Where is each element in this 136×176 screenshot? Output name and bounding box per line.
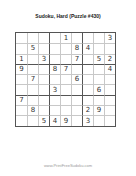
grid-cell-r5c4 [49, 74, 60, 84]
grid-cell-r5c3 [38, 74, 49, 84]
page-title: Sudoku, Hard (Puzzle #430) [0, 13, 136, 19]
grid-cell-r7c8 [93, 95, 104, 105]
grid-cell-r5c2: 7 [27, 74, 38, 84]
grid-cell-r2c8 [93, 43, 104, 53]
grid-cell-r4c9: 4 [104, 64, 115, 74]
grid-cell-r6c7 [82, 84, 93, 94]
grid-cell-r9c5: 9 [60, 115, 71, 125]
grid-cell-r5c7 [82, 74, 93, 84]
grid-cell-r1c1 [16, 33, 27, 43]
grid-cell-r5c5 [60, 74, 71, 84]
grid-cell-r7c7 [82, 95, 93, 105]
grid-cell-r8c2: 8 [27, 105, 38, 115]
grid-cell-r4c2 [27, 64, 38, 74]
grid-cell-r1c7 [82, 33, 93, 43]
grid-cell-r4c3 [38, 64, 49, 74]
grid-cell-r7c4 [49, 95, 60, 105]
grid-cell-r6c2 [27, 84, 38, 94]
grid-cell-r2c1 [16, 43, 27, 53]
grid-cell-r3c7 [82, 54, 93, 64]
grid-cell-r1c3 [38, 33, 49, 43]
grid-cell-r7c2 [27, 95, 38, 105]
grid-cell-r9c4: 4 [49, 115, 60, 125]
grid-cell-r4c6 [71, 64, 82, 74]
grid-cell-r5c8 [93, 74, 104, 84]
grid-cell-r9c8 [93, 115, 104, 125]
grid-cell-r1c6 [71, 33, 82, 43]
grid-cell-r9c3: 5 [38, 115, 49, 125]
grid-cell-r2c6: 8 [71, 43, 82, 53]
sudoku-board-container: 13584137529874763678295493 [15, 32, 116, 127]
grid-cell-r3c6: 7 [71, 54, 82, 64]
grid-cell-r3c3: 3 [38, 54, 49, 64]
grid-cell-r1c2 [27, 33, 38, 43]
grid-cell-r6c8: 6 [93, 84, 104, 94]
grid-cell-r8c5 [60, 105, 71, 115]
grid-cell-r3c5 [60, 54, 71, 64]
grid-cell-r1c5: 1 [60, 33, 71, 43]
grid-cell-r7c5 [60, 95, 71, 105]
grid-cell-r2c3 [38, 43, 49, 53]
grid-cell-r4c1: 9 [16, 64, 27, 74]
grid-cell-r2c7: 4 [82, 43, 93, 53]
grid-cell-r2c9 [104, 43, 115, 53]
grid-cell-r1c4 [49, 33, 60, 43]
grid-cell-r8c7: 2 [82, 105, 93, 115]
grid-cell-r8c8: 9 [93, 105, 104, 115]
grid-cell-r2c5 [60, 43, 71, 53]
grid-cell-r8c3 [38, 105, 49, 115]
grid-cell-r8c6 [71, 105, 82, 115]
grid-cell-r6c1 [16, 84, 27, 94]
grid-cell-r6c3 [38, 84, 49, 94]
grid-cell-r7c3 [38, 95, 49, 105]
grid-cell-r5c1 [16, 74, 27, 84]
grid-cell-r9c2 [27, 115, 38, 125]
grid-cell-r4c8 [93, 64, 104, 74]
grid-cell-r4c4: 8 [49, 64, 60, 74]
grid-cell-r9c6 [71, 115, 82, 125]
grid-cell-r4c5: 7 [60, 64, 71, 74]
grid-cell-r1c8 [93, 33, 104, 43]
grid-cell-r3c2 [27, 54, 38, 64]
grid-cell-r9c1 [16, 115, 27, 125]
grid-cell-r1c9: 3 [104, 33, 115, 43]
grid-cell-r9c7: 3 [82, 115, 93, 125]
grid-cell-r3c4 [49, 54, 60, 64]
grid-cell-r5c9 [104, 74, 115, 84]
grid-cell-r8c9 [104, 105, 115, 115]
grid-cell-r3c9: 2 [104, 54, 115, 64]
grid-cell-r4c7 [82, 64, 93, 74]
grid-cell-r7c9 [104, 95, 115, 105]
sudoku-grid: 13584137529874763678295493 [15, 32, 116, 127]
grid-cell-r6c4: 3 [49, 84, 60, 94]
grid-cell-r7c6 [71, 95, 82, 105]
grid-cell-r2c2: 5 [27, 43, 38, 53]
grid-cell-r8c1 [16, 105, 27, 115]
grid-cell-r3c8: 5 [93, 54, 104, 64]
grid-cell-r6c6 [71, 84, 82, 94]
grid-cell-r8c4 [49, 105, 60, 115]
grid-cell-r9c9 [104, 115, 115, 125]
grid-cell-r6c5 [60, 84, 71, 94]
footer-url: www.PrintFreeSudoku.com [0, 163, 136, 168]
grid-cell-r3c1: 1 [16, 54, 27, 64]
grid-cell-r5c6: 6 [71, 74, 82, 84]
grid-cell-r2c4 [49, 43, 60, 53]
grid-cell-r6c9 [104, 84, 115, 94]
grid-cell-r7c1: 7 [16, 95, 27, 105]
